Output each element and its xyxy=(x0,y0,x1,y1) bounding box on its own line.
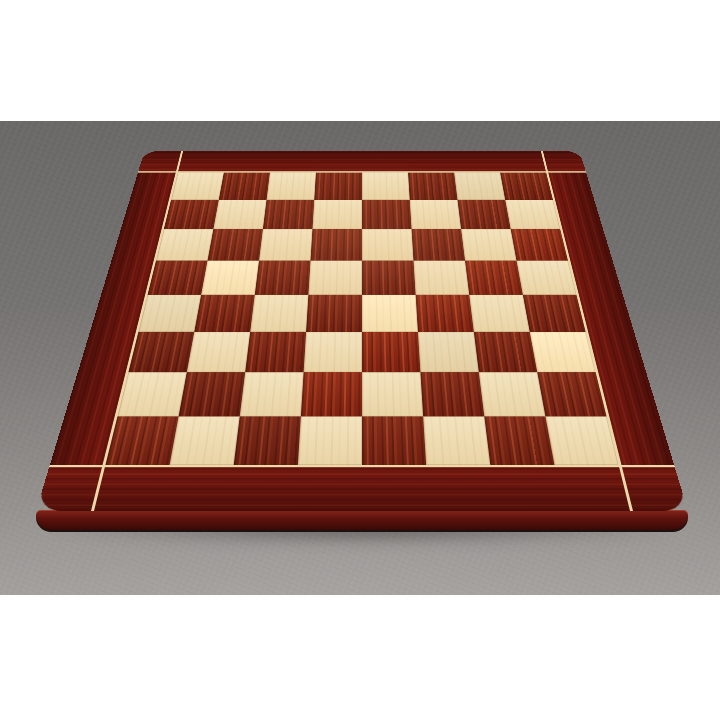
square-f1 xyxy=(423,416,490,465)
square-a2 xyxy=(117,372,186,416)
square-h2 xyxy=(537,372,606,416)
square-e8 xyxy=(362,173,410,200)
square-a4 xyxy=(138,295,201,332)
square-g6 xyxy=(461,229,516,261)
square-f2 xyxy=(420,372,484,416)
square-d4 xyxy=(306,295,362,332)
square-g4 xyxy=(469,295,529,332)
board-border-bottom xyxy=(36,465,688,511)
square-d6 xyxy=(311,229,362,261)
square-h4 xyxy=(523,295,586,332)
square-c5 xyxy=(255,261,311,295)
letterbox-top xyxy=(0,0,720,121)
square-b4 xyxy=(194,295,254,332)
square-f6 xyxy=(412,229,465,261)
letterbox-bottom xyxy=(0,595,720,720)
square-b2 xyxy=(179,372,246,416)
square-a5 xyxy=(148,261,208,295)
square-g7 xyxy=(457,200,510,229)
square-c2 xyxy=(240,372,304,416)
square-b6 xyxy=(208,229,263,261)
square-b3 xyxy=(187,332,250,372)
square-c1 xyxy=(234,416,301,465)
board-side-edge xyxy=(36,510,688,532)
square-a8 xyxy=(171,173,224,200)
board-border-top xyxy=(138,151,586,173)
chessboard xyxy=(36,151,688,511)
square-f3 xyxy=(418,332,479,372)
square-g1 xyxy=(484,416,554,465)
square-e7 xyxy=(362,200,412,229)
square-h5 xyxy=(516,261,576,295)
square-d3 xyxy=(304,332,362,372)
photo-background xyxy=(0,121,720,595)
square-f5 xyxy=(413,261,469,295)
square-e3 xyxy=(362,332,420,372)
inlay-line-bottom xyxy=(49,465,675,467)
square-h7 xyxy=(505,200,560,229)
square-h8 xyxy=(500,173,553,200)
square-f4 xyxy=(416,295,474,332)
square-b5 xyxy=(201,261,259,295)
square-h6 xyxy=(511,229,568,261)
square-b1 xyxy=(170,416,240,465)
square-d8 xyxy=(314,173,362,200)
square-c7 xyxy=(263,200,314,229)
square-e2 xyxy=(362,372,423,416)
square-f8 xyxy=(408,173,457,200)
square-g8 xyxy=(454,173,505,200)
square-a6 xyxy=(156,229,213,261)
square-f7 xyxy=(410,200,461,229)
square-e5 xyxy=(362,261,416,295)
square-a1 xyxy=(105,416,178,465)
square-b8 xyxy=(219,173,270,200)
square-c6 xyxy=(259,229,312,261)
square-h1 xyxy=(545,416,618,465)
square-h3 xyxy=(530,332,596,372)
square-e4 xyxy=(362,295,418,332)
square-d5 xyxy=(308,261,362,295)
square-c4 xyxy=(250,295,308,332)
square-c8 xyxy=(267,173,316,200)
square-g3 xyxy=(474,332,537,372)
square-g2 xyxy=(479,372,546,416)
square-c3 xyxy=(245,332,306,372)
product-photo xyxy=(0,0,720,720)
square-d7 xyxy=(312,200,362,229)
square-a3 xyxy=(128,332,194,372)
playing-field xyxy=(105,173,618,465)
square-a7 xyxy=(164,200,219,229)
square-e6 xyxy=(362,229,413,261)
square-d1 xyxy=(298,416,362,465)
square-g5 xyxy=(465,261,523,295)
square-d2 xyxy=(301,372,362,416)
square-b7 xyxy=(213,200,266,229)
square-e1 xyxy=(362,416,426,465)
